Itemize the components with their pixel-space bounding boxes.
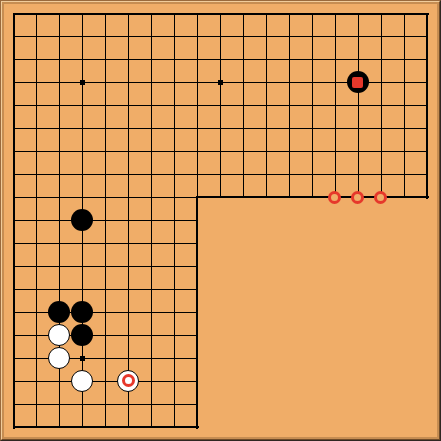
point-C5 (48, 323, 71, 346)
point-R11 (369, 186, 392, 209)
point-F3 (117, 369, 140, 392)
board-surface (2, 2, 439, 439)
black-stone-Q16 (347, 71, 369, 93)
circle-marker-R11 (374, 191, 387, 204)
point-P11 (323, 186, 346, 209)
white-stone-C5 (48, 324, 70, 346)
point-D10 (71, 208, 94, 231)
point-Q16 (346, 71, 369, 94)
circle-marker-F3 (122, 374, 135, 387)
go-board (4, 4, 437, 437)
circle-marker-P11 (328, 191, 341, 204)
point-D5 (71, 323, 94, 346)
point-C6 (48, 300, 71, 323)
black-stone-D10 (71, 209, 93, 231)
point-C4 (48, 346, 71, 369)
board-bevel-frame (1, 1, 440, 440)
white-stone-D3 (71, 370, 93, 392)
black-stone-D6 (71, 301, 93, 323)
black-stone-C6 (48, 301, 70, 323)
go-board-diagram (0, 0, 441, 441)
circle-marker-Q11 (351, 191, 364, 204)
square-marker-Q16 (352, 77, 363, 88)
white-stone-F3 (117, 370, 139, 392)
point-D6 (71, 300, 94, 323)
point-Q11 (346, 186, 369, 209)
intersection-grid (2, 2, 438, 438)
black-stone-D5 (71, 324, 93, 346)
white-stone-C4 (48, 347, 70, 369)
point-D3 (71, 369, 94, 392)
